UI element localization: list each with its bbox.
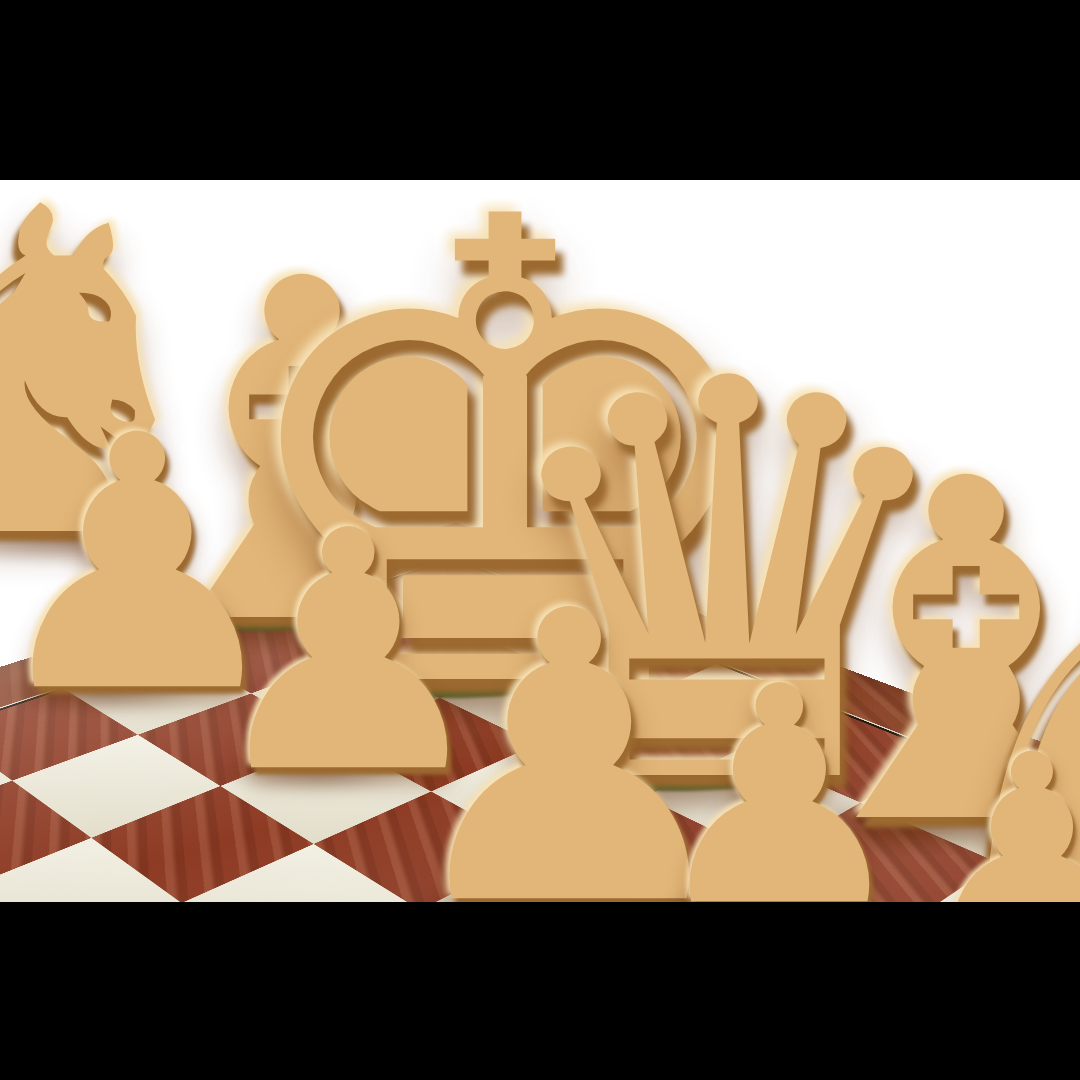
photo-area [0,180,1080,902]
letterbox-top-bar [0,0,1080,180]
chess-set-photo: ♞♝♚♛♝♞♟♟♟♟♟ [0,0,1080,1080]
chess-board [0,523,1080,902]
letterbox-bottom-bar [0,902,1080,1080]
board-frame [0,523,1080,902]
board-grid [0,558,1080,902]
